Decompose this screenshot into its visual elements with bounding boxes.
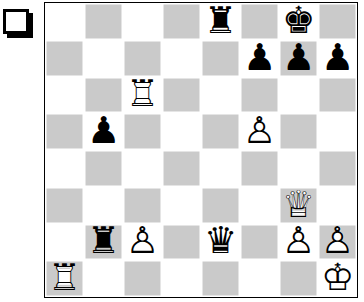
square-b7[interactable] xyxy=(84,40,123,77)
chess-diagram: ♜♚♟♟♟♜♖♟♟♙♛♕♜♟♙♛♟♙♟♙♜♖♚♔ xyxy=(0,0,364,302)
square-d1[interactable] xyxy=(162,260,201,297)
square-b8[interactable] xyxy=(84,3,123,40)
black-king[interactable]: ♚ xyxy=(282,3,315,39)
chess-board: ♜♚♟♟♟♜♖♟♟♙♛♕♜♟♙♛♟♙♟♙♜♖♚♔ xyxy=(44,2,358,298)
square-f8[interactable] xyxy=(240,3,279,40)
square-f7[interactable]: ♟ xyxy=(240,40,279,77)
square-h5[interactable] xyxy=(318,113,357,150)
square-h6[interactable] xyxy=(318,77,357,114)
square-c6[interactable]: ♜♖ xyxy=(123,77,162,114)
square-f4[interactable] xyxy=(240,150,279,187)
black-pawn[interactable]: ♟ xyxy=(87,113,120,149)
white-rook[interactable]: ♜♖ xyxy=(48,260,81,296)
square-c8[interactable] xyxy=(123,3,162,40)
square-d3[interactable] xyxy=(162,187,201,224)
square-d8[interactable] xyxy=(162,3,201,40)
square-a8[interactable] xyxy=(45,3,84,40)
square-c3[interactable] xyxy=(123,187,162,224)
square-f2[interactable] xyxy=(240,224,279,261)
square-b2[interactable]: ♜ xyxy=(84,224,123,261)
square-a3[interactable] xyxy=(45,187,84,224)
square-e4[interactable] xyxy=(201,150,240,187)
square-g1[interactable] xyxy=(279,260,318,297)
square-b6[interactable] xyxy=(84,77,123,114)
piece-outline-layer: ♖ xyxy=(126,77,159,114)
square-e6[interactable] xyxy=(201,77,240,114)
white-pawn[interactable]: ♟♙ xyxy=(321,224,354,260)
square-d6[interactable] xyxy=(162,77,201,114)
square-h1[interactable]: ♚♔ xyxy=(318,260,357,297)
square-a2[interactable] xyxy=(45,224,84,261)
square-f3[interactable] xyxy=(240,187,279,224)
square-b4[interactable] xyxy=(84,150,123,187)
white-pawn[interactable]: ♟♙ xyxy=(243,113,276,149)
square-a6[interactable] xyxy=(45,77,84,114)
square-f5[interactable]: ♟♙ xyxy=(240,113,279,150)
square-c1[interactable] xyxy=(123,260,162,297)
piece-outline-layer: ♙ xyxy=(282,224,315,261)
square-g7[interactable]: ♟ xyxy=(279,40,318,77)
square-e2[interactable]: ♛ xyxy=(201,224,240,261)
square-c4[interactable] xyxy=(123,150,162,187)
piece-outline-layer: ♙ xyxy=(243,113,276,150)
square-h3[interactable] xyxy=(318,187,357,224)
square-h2[interactable]: ♟♙ xyxy=(318,224,357,261)
square-a4[interactable] xyxy=(45,150,84,187)
square-a1[interactable]: ♜♖ xyxy=(45,260,84,297)
square-e3[interactable] xyxy=(201,187,240,224)
square-b1[interactable] xyxy=(84,260,123,297)
square-c5[interactable] xyxy=(123,113,162,150)
square-h4[interactable] xyxy=(318,150,357,187)
square-g6[interactable] xyxy=(279,77,318,114)
square-d5[interactable] xyxy=(162,113,201,150)
square-g3[interactable]: ♛♕ xyxy=(279,187,318,224)
square-b3[interactable] xyxy=(84,187,123,224)
square-d7[interactable] xyxy=(162,40,201,77)
square-f1[interactable] xyxy=(240,260,279,297)
square-g4[interactable] xyxy=(279,150,318,187)
square-e1[interactable] xyxy=(201,260,240,297)
square-h8[interactable] xyxy=(318,3,357,40)
white-queen[interactable]: ♛♕ xyxy=(282,187,315,223)
black-rook[interactable]: ♜ xyxy=(204,3,237,39)
piece-outline-layer: ♕ xyxy=(282,187,315,224)
square-b5[interactable]: ♟ xyxy=(84,113,123,150)
black-rook[interactable]: ♜ xyxy=(87,224,120,260)
square-d2[interactable] xyxy=(162,224,201,261)
square-c7[interactable] xyxy=(123,40,162,77)
square-a7[interactable] xyxy=(45,40,84,77)
square-e5[interactable] xyxy=(201,113,240,150)
square-g8[interactable]: ♚ xyxy=(279,3,318,40)
black-pawn[interactable]: ♟ xyxy=(321,40,354,76)
piece-outline-layer: ♙ xyxy=(126,224,159,261)
white-pawn[interactable]: ♟♙ xyxy=(282,224,315,260)
black-pawn[interactable]: ♟ xyxy=(243,40,276,76)
black-queen[interactable]: ♛ xyxy=(204,224,237,260)
white-to-move-indicator xyxy=(3,9,29,34)
piece-outline-layer: ♙ xyxy=(321,224,354,261)
square-g5[interactable] xyxy=(279,113,318,150)
white-king[interactable]: ♚♔ xyxy=(321,260,354,296)
square-e7[interactable] xyxy=(201,40,240,77)
white-rook[interactable]: ♜♖ xyxy=(126,77,159,113)
piece-outline-layer: ♔ xyxy=(321,260,354,297)
black-pawn[interactable]: ♟ xyxy=(282,40,315,76)
square-h7[interactable]: ♟ xyxy=(318,40,357,77)
square-c2[interactable]: ♟♙ xyxy=(123,224,162,261)
piece-outline-layer: ♖ xyxy=(48,260,81,297)
white-pawn[interactable]: ♟♙ xyxy=(126,224,159,260)
square-g2[interactable]: ♟♙ xyxy=(279,224,318,261)
square-d4[interactable] xyxy=(162,150,201,187)
square-e8[interactable]: ♜ xyxy=(201,3,240,40)
square-a5[interactable] xyxy=(45,113,84,150)
square-f6[interactable] xyxy=(240,77,279,114)
